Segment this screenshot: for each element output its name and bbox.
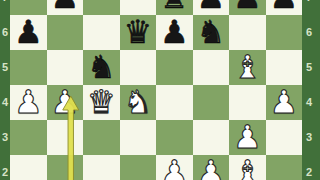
square-g2[interactable]: ♝ — [229, 155, 266, 180]
rank-label-6: 6 — [0, 15, 10, 50]
rank-label-4: 4 — [0, 85, 10, 120]
square-g5[interactable]: ♝ — [229, 50, 266, 85]
chess-app-frame: ♟♜♟♟♟♟♛♟♞♞♝♟♟♛♞♟♟♟♟♝ 87654321 87654321 — [0, 0, 320, 180]
square-b5[interactable] — [47, 50, 84, 85]
square-h4[interactable]: ♟ — [266, 85, 303, 120]
square-g4[interactable] — [229, 85, 266, 120]
square-c3[interactable] — [83, 120, 120, 155]
piece-black-pawn[interactable]: ♟ — [50, 0, 79, 15]
rank-label-4: 4 — [302, 85, 320, 120]
rank-label-5: 5 — [0, 50, 10, 85]
square-a3[interactable] — [10, 120, 47, 155]
square-a6[interactable]: ♟ — [10, 15, 47, 50]
square-f4[interactable] — [193, 85, 230, 120]
square-g7[interactable]: ♟ — [229, 0, 266, 15]
piece-white-pawn[interactable]: ♟ — [50, 85, 79, 120]
piece-black-knight[interactable]: ♞ — [87, 50, 116, 85]
square-c5[interactable]: ♞ — [83, 50, 120, 85]
square-e4[interactable] — [156, 85, 193, 120]
piece-black-pawn[interactable]: ♟ — [14, 15, 43, 50]
square-c7[interactable] — [83, 0, 120, 15]
square-d3[interactable] — [120, 120, 157, 155]
square-d5[interactable] — [120, 50, 157, 85]
chess-board: ♟♜♟♟♟♟♛♟♞♞♝♟♟♛♞♟♟♟♟♝ — [10, 0, 302, 180]
piece-white-pawn[interactable]: ♟ — [269, 85, 298, 120]
piece-white-pawn[interactable]: ♟ — [14, 85, 43, 120]
square-b6[interactable] — [47, 15, 84, 50]
square-d2[interactable] — [120, 155, 157, 180]
piece-white-knight[interactable]: ♞ — [123, 85, 152, 120]
square-h5[interactable] — [266, 50, 303, 85]
square-a5[interactable] — [10, 50, 47, 85]
left-rank-coordinate-rail: 87654321 — [0, 0, 10, 180]
rank-label-7: 7 — [0, 0, 10, 15]
rank-label-3: 3 — [0, 120, 10, 155]
piece-white-pawn[interactable]: ♟ — [160, 155, 189, 180]
square-e3[interactable] — [156, 120, 193, 155]
square-g3[interactable]: ♟ — [229, 120, 266, 155]
square-c2[interactable] — [83, 155, 120, 180]
rank-label-7: 7 — [302, 0, 320, 15]
piece-black-pawn[interactable]: ♟ — [233, 0, 262, 15]
piece-white-bishop[interactable]: ♝ — [233, 155, 262, 180]
square-b7[interactable]: ♟ — [47, 0, 84, 15]
square-b3[interactable] — [47, 120, 84, 155]
square-g6[interactable] — [229, 15, 266, 50]
square-e2[interactable]: ♟ — [156, 155, 193, 180]
square-b4[interactable]: ♟ — [47, 85, 84, 120]
square-f2[interactable]: ♟ — [193, 155, 230, 180]
square-f5[interactable] — [193, 50, 230, 85]
piece-black-pawn[interactable]: ♟ — [269, 0, 298, 15]
square-b2[interactable] — [47, 155, 84, 180]
right-rank-coordinate-rail: 87654321 — [302, 0, 320, 180]
square-d4[interactable]: ♞ — [120, 85, 157, 120]
square-f6[interactable]: ♞ — [193, 15, 230, 50]
piece-white-pawn[interactable]: ♟ — [196, 155, 225, 180]
piece-white-pawn[interactable]: ♟ — [233, 120, 262, 155]
rank-label-2: 2 — [0, 155, 10, 180]
square-f3[interactable] — [193, 120, 230, 155]
piece-white-bishop[interactable]: ♝ — [233, 50, 262, 85]
square-h3[interactable] — [266, 120, 303, 155]
square-h2[interactable] — [266, 155, 303, 180]
square-d6[interactable]: ♛ — [120, 15, 157, 50]
piece-black-queen[interactable]: ♛ — [123, 15, 152, 50]
piece-black-pawn[interactable]: ♟ — [160, 15, 189, 50]
rank-label-3: 3 — [302, 120, 320, 155]
piece-white-queen[interactable]: ♛ — [87, 85, 116, 120]
square-h6[interactable] — [266, 15, 303, 50]
piece-black-knight[interactable]: ♞ — [196, 15, 225, 50]
square-e6[interactable]: ♟ — [156, 15, 193, 50]
rank-label-6: 6 — [302, 15, 320, 50]
square-c6[interactable] — [83, 15, 120, 50]
rank-label-2: 2 — [302, 155, 320, 180]
square-a4[interactable]: ♟ — [10, 85, 47, 120]
square-h7[interactable]: ♟ — [266, 0, 303, 15]
square-c4[interactable]: ♛ — [83, 85, 120, 120]
rank-label-5: 5 — [302, 50, 320, 85]
square-e5[interactable] — [156, 50, 193, 85]
square-a2[interactable] — [10, 155, 47, 180]
